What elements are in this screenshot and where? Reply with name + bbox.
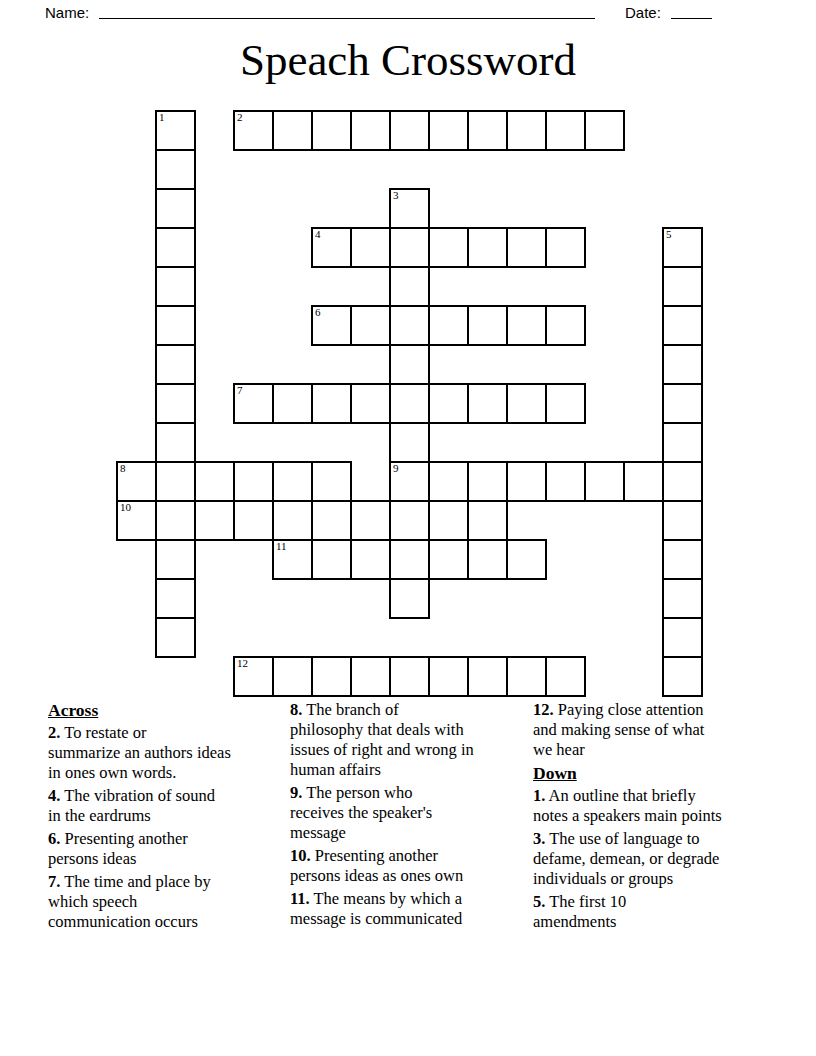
grid-cell-r6c14[interactable] bbox=[662, 344, 703, 385]
grid-cell-r9c8[interactable] bbox=[428, 461, 469, 502]
clue-4-across: 4. The vibration of sound in the eardrum… bbox=[48, 786, 288, 826]
grid-cell-r9c11[interactable] bbox=[545, 461, 586, 502]
grid-cell-r3c1[interactable] bbox=[155, 227, 196, 268]
grid-cell-r0c3[interactable]: 2 bbox=[233, 110, 274, 151]
grid-cell-r14c4[interactable] bbox=[272, 656, 313, 697]
clue-9-across: 9. The person who receives the speaker's… bbox=[290, 783, 533, 843]
grid-cell-r11c8[interactable] bbox=[428, 539, 469, 580]
clue-text: The vibration of sound in the eardrums bbox=[48, 786, 215, 825]
grid-cell-r0c6[interactable] bbox=[350, 110, 391, 151]
name-blank-line bbox=[99, 18, 595, 19]
grid-cell-r4c7[interactable] bbox=[389, 266, 430, 307]
clue-text: The time and place by which speech commu… bbox=[48, 872, 211, 931]
date-blank-line bbox=[671, 18, 712, 19]
grid-cell-r10c1[interactable] bbox=[155, 500, 196, 541]
grid-cell-r7c5[interactable] bbox=[311, 383, 352, 424]
across-clues-header: Across bbox=[48, 700, 288, 720]
clue-3-down: 3. The use of language to defame, demean… bbox=[533, 829, 773, 889]
clue-column-2: 8. The branch of philosophy that deals w… bbox=[290, 700, 533, 932]
grid-cell-r9c2[interactable] bbox=[194, 461, 235, 502]
clue-number: 4. bbox=[48, 786, 60, 805]
clue-7-across: 7. The time and place by which speech co… bbox=[48, 872, 288, 932]
grid-cell-r6c7[interactable] bbox=[389, 344, 430, 385]
grid-cell-r14c9[interactable] bbox=[467, 656, 508, 697]
grid-cell-r2c7[interactable]: 3 bbox=[389, 188, 430, 229]
grid-cell-r0c9[interactable] bbox=[467, 110, 508, 151]
grid-cell-r7c6[interactable] bbox=[350, 383, 391, 424]
grid-cell-r9c9[interactable] bbox=[467, 461, 508, 502]
grid-cell-r3c10[interactable] bbox=[506, 227, 547, 268]
grid-cell-r9c4[interactable] bbox=[272, 461, 313, 502]
grid-cell-r10c7[interactable] bbox=[389, 500, 430, 541]
grid-cell-r6c1[interactable] bbox=[155, 344, 196, 385]
grid-cell-r7c7[interactable] bbox=[389, 383, 430, 424]
down-clues-header: Down bbox=[533, 763, 773, 783]
grid-cell-r7c4[interactable] bbox=[272, 383, 313, 424]
grid-cell-r11c10[interactable] bbox=[506, 539, 547, 580]
clue-1-down: 1. An outline that briefly notes a speak… bbox=[533, 786, 773, 826]
grid-cell-r3c11[interactable] bbox=[545, 227, 586, 268]
cell-number-12: 12 bbox=[237, 657, 248, 670]
clue-column-3: 12. Paying close attention and making se… bbox=[533, 700, 773, 935]
cell-number-7: 7 bbox=[237, 384, 243, 397]
name-label: Name: bbox=[45, 4, 89, 22]
clue-11-across: 11. The means by which a message is comm… bbox=[290, 889, 533, 929]
grid-cell-r9c5[interactable] bbox=[311, 461, 352, 502]
clue-text: Presenting another persons ideas as ones… bbox=[290, 846, 463, 885]
clue-number: 9. bbox=[290, 783, 302, 802]
grid-cell-r7c8[interactable] bbox=[428, 383, 469, 424]
grid-cell-r8c7[interactable] bbox=[389, 422, 430, 463]
grid-cell-r14c8[interactable] bbox=[428, 656, 469, 697]
grid-cell-r14c6[interactable] bbox=[350, 656, 391, 697]
clue-number: 3. bbox=[533, 829, 545, 848]
grid-cell-r0c1[interactable]: 1 bbox=[155, 110, 196, 151]
grid-cell-r9c0[interactable]: 8 bbox=[116, 461, 157, 502]
grid-cell-r10c14[interactable] bbox=[662, 500, 703, 541]
grid-cell-r13c1[interactable] bbox=[155, 617, 196, 658]
grid-cell-r3c8[interactable] bbox=[428, 227, 469, 268]
grid-cell-r7c14[interactable] bbox=[662, 383, 703, 424]
clue-number: 8. bbox=[290, 700, 302, 719]
clue-text: The person who receives the speaker's me… bbox=[290, 783, 432, 842]
clue-number: 11. bbox=[290, 889, 310, 908]
page-title: Speach Crossword bbox=[0, 34, 816, 86]
grid-cell-r5c11[interactable] bbox=[545, 305, 586, 346]
grid-cell-r5c7[interactable] bbox=[389, 305, 430, 346]
crossword-grid: 123456789101112 bbox=[116, 110, 703, 697]
grid-cell-r9c14[interactable] bbox=[662, 461, 703, 502]
grid-cell-r12c7[interactable] bbox=[389, 578, 430, 619]
grid-cell-r10c9[interactable] bbox=[467, 500, 508, 541]
date-label: Date: bbox=[625, 4, 661, 22]
cell-number-1: 1 bbox=[159, 111, 165, 124]
clue-number: 2. bbox=[48, 723, 60, 742]
grid-cell-r12c14[interactable] bbox=[662, 578, 703, 619]
grid-cell-r11c5[interactable] bbox=[311, 539, 352, 580]
clue-8-across: 8. The branch of philosophy that deals w… bbox=[290, 700, 533, 780]
grid-cell-r3c7[interactable] bbox=[389, 227, 430, 268]
cell-number-2: 2 bbox=[237, 111, 243, 124]
grid-cell-r14c7[interactable] bbox=[389, 656, 430, 697]
clue-6-across: 6. Presenting another persons ideas bbox=[48, 829, 288, 869]
grid-cell-r9c10[interactable] bbox=[506, 461, 547, 502]
clue-number: 10. bbox=[290, 846, 311, 865]
clue-number: 6. bbox=[48, 829, 60, 848]
grid-cell-r10c6[interactable] bbox=[350, 500, 391, 541]
clue-2-across: 2. To restate or summarize an authors id… bbox=[48, 723, 288, 783]
grid-cell-r9c3[interactable] bbox=[233, 461, 274, 502]
cell-number-4: 4 bbox=[315, 228, 321, 241]
grid-cell-r12c1[interactable] bbox=[155, 578, 196, 619]
grid-cell-r0c10[interactable] bbox=[506, 110, 547, 151]
clue-text: The first 10 amendments bbox=[533, 892, 626, 931]
grid-cell-r5c14[interactable] bbox=[662, 305, 703, 346]
grid-cell-r14c11[interactable] bbox=[545, 656, 586, 697]
grid-cell-r10c4[interactable] bbox=[272, 500, 313, 541]
grid-cell-r0c5[interactable] bbox=[311, 110, 352, 151]
grid-cell-r0c7[interactable] bbox=[389, 110, 430, 151]
clue-number: 7. bbox=[48, 872, 60, 891]
cell-number-6: 6 bbox=[315, 306, 321, 319]
clue-5-down: 5. The first 10 amendments bbox=[533, 892, 773, 932]
grid-cell-r9c12[interactable] bbox=[584, 461, 625, 502]
grid-cell-r14c10[interactable] bbox=[506, 656, 547, 697]
grid-cell-r13c14[interactable] bbox=[662, 617, 703, 658]
clue-10-across: 10. Presenting another persons ideas as … bbox=[290, 846, 533, 886]
worksheet-page: Name: Date: Speach Crossword 12345678910… bbox=[0, 0, 816, 1056]
grid-cell-r7c9[interactable] bbox=[467, 383, 508, 424]
grid-cell-r10c2[interactable] bbox=[194, 500, 235, 541]
cell-number-8: 8 bbox=[120, 462, 126, 475]
clue-12-across: 12. Paying close attention and making se… bbox=[533, 700, 773, 760]
cell-number-9: 9 bbox=[393, 462, 399, 475]
grid-cell-r0c4[interactable] bbox=[272, 110, 313, 151]
grid-cell-r10c8[interactable] bbox=[428, 500, 469, 541]
grid-cell-r11c7[interactable] bbox=[389, 539, 430, 580]
cell-number-5: 5 bbox=[666, 228, 672, 241]
grid-cell-r11c1[interactable] bbox=[155, 539, 196, 580]
grid-cell-r3c6[interactable] bbox=[350, 227, 391, 268]
grid-cell-r10c3[interactable] bbox=[233, 500, 274, 541]
clue-number: 1. bbox=[533, 786, 545, 805]
grid-cell-r5c6[interactable] bbox=[350, 305, 391, 346]
grid-cell-r5c8[interactable] bbox=[428, 305, 469, 346]
clue-text: Paying close attention and making sense … bbox=[533, 700, 704, 759]
grid-cell-r7c1[interactable] bbox=[155, 383, 196, 424]
clue-text: Presenting another persons ideas bbox=[48, 829, 188, 868]
grid-cell-r4c1[interactable] bbox=[155, 266, 196, 307]
grid-cell-r8c1[interactable] bbox=[155, 422, 196, 463]
grid-cell-r11c9[interactable] bbox=[467, 539, 508, 580]
grid-cell-r5c10[interactable] bbox=[506, 305, 547, 346]
grid-cell-r14c3[interactable]: 12 bbox=[233, 656, 274, 697]
grid-cell-r3c14[interactable]: 5 bbox=[662, 227, 703, 268]
clue-column-1: Across2. To restate or summarize an auth… bbox=[48, 700, 288, 935]
grid-cell-r3c5[interactable]: 4 bbox=[311, 227, 352, 268]
clue-text: To restate or summarize an authors ideas… bbox=[48, 723, 231, 782]
grid-cell-r5c9[interactable] bbox=[467, 305, 508, 346]
grid-cell-r1c1[interactable] bbox=[155, 149, 196, 190]
grid-cell-r8c14[interactable] bbox=[662, 422, 703, 463]
grid-cell-r4c14[interactable] bbox=[662, 266, 703, 307]
grid-cell-r0c11[interactable] bbox=[545, 110, 586, 151]
grid-cell-r5c5[interactable]: 6 bbox=[311, 305, 352, 346]
grid-cell-r11c14[interactable] bbox=[662, 539, 703, 580]
grid-cell-r7c11[interactable] bbox=[545, 383, 586, 424]
clue-number: 12. bbox=[533, 700, 554, 719]
grid-cell-r9c13[interactable] bbox=[623, 461, 664, 502]
cell-number-11: 11 bbox=[276, 540, 287, 553]
grid-cell-r5c1[interactable] bbox=[155, 305, 196, 346]
grid-cell-r9c7[interactable]: 9 bbox=[389, 461, 430, 502]
clue-number: 5. bbox=[533, 892, 545, 911]
grid-cell-r7c10[interactable] bbox=[506, 383, 547, 424]
grid-cell-r11c6[interactable] bbox=[350, 539, 391, 580]
grid-cell-r11c4[interactable]: 11 bbox=[272, 539, 313, 580]
grid-cell-r3c9[interactable] bbox=[467, 227, 508, 268]
cell-number-3: 3 bbox=[393, 189, 399, 202]
clue-text: An outline that briefly notes a speakers… bbox=[533, 786, 722, 825]
grid-cell-r14c5[interactable] bbox=[311, 656, 352, 697]
cell-number-10: 10 bbox=[120, 501, 131, 514]
grid-cell-r0c12[interactable] bbox=[584, 110, 625, 151]
clue-text: The use of language to defame, demean, o… bbox=[533, 829, 719, 888]
grid-cell-r0c8[interactable] bbox=[428, 110, 469, 151]
clue-text: The means by which a message is communic… bbox=[290, 889, 462, 928]
grid-cell-r14c14[interactable] bbox=[662, 656, 703, 697]
grid-cell-r2c1[interactable] bbox=[155, 188, 196, 229]
clue-text: The branch of philosophy that deals with… bbox=[290, 700, 474, 779]
grid-cell-r10c5[interactable] bbox=[311, 500, 352, 541]
grid-cell-r9c1[interactable] bbox=[155, 461, 196, 502]
grid-cell-r7c3[interactable]: 7 bbox=[233, 383, 274, 424]
grid-cell-r10c0[interactable]: 10 bbox=[116, 500, 157, 541]
